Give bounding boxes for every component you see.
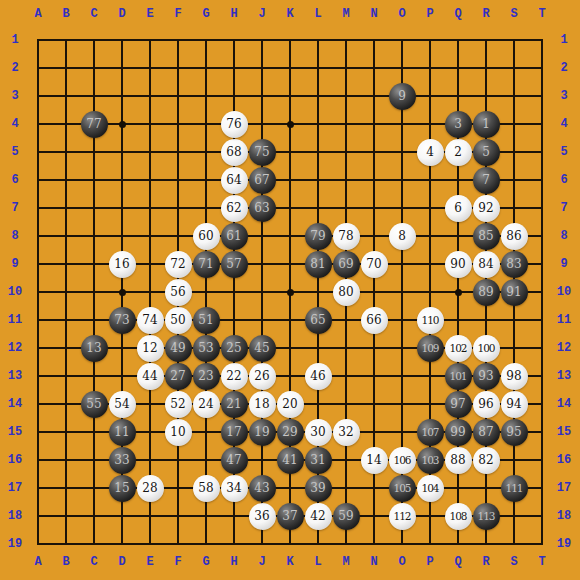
stone-black-move-5-R5[interactable]: 5 — [473, 139, 500, 166]
board-point-A15[interactable] — [24, 418, 52, 446]
stone-white-move-32-M15[interactable]: 32 — [333, 419, 360, 446]
board-point-D1[interactable] — [108, 26, 136, 54]
stone-white-move-30-L15[interactable]: 30 — [305, 419, 332, 446]
board-point-L5[interactable] — [304, 138, 332, 166]
board-point-J8[interactable] — [248, 222, 276, 250]
stone-black-move-23-G13[interactable]: 23 — [193, 363, 220, 390]
board-point-A6[interactable] — [24, 166, 52, 194]
board-point-D19[interactable] — [108, 530, 136, 558]
stone-black-move-99-Q15[interactable]: 99 — [445, 419, 472, 446]
board-point-L3[interactable] — [304, 82, 332, 110]
stone-black-move-67-J6[interactable]: 67 — [249, 167, 276, 194]
stone-black-move-69-M9[interactable]: 69 — [333, 251, 360, 278]
board-point-F5[interactable] — [164, 138, 192, 166]
stone-white-move-86-S8[interactable]: 86 — [501, 223, 528, 250]
board-point-Q2[interactable] — [444, 54, 472, 82]
stone-white-move-22-H13[interactable]: 22 — [221, 363, 248, 390]
stone-black-move-87-R15[interactable]: 87 — [473, 419, 500, 446]
board-point-J1[interactable] — [248, 26, 276, 54]
board-point-E7[interactable] — [136, 194, 164, 222]
board-point-O13[interactable] — [388, 362, 416, 390]
board-point-J10[interactable] — [248, 278, 276, 306]
stone-white-move-106-O16[interactable]: 106 — [389, 447, 416, 474]
board-point-H1[interactable] — [220, 26, 248, 54]
board-point-F3[interactable] — [164, 82, 192, 110]
board-point-H18[interactable] — [220, 502, 248, 530]
stone-black-move-19-J15[interactable]: 19 — [249, 419, 276, 446]
board-point-N4[interactable] — [360, 110, 388, 138]
board-point-B3[interactable] — [52, 82, 80, 110]
board-point-P7[interactable] — [416, 194, 444, 222]
board-point-H2[interactable] — [220, 54, 248, 82]
stone-black-move-61-H8[interactable]: 61 — [221, 223, 248, 250]
board-point-N13[interactable] — [360, 362, 388, 390]
board-point-E16[interactable] — [136, 446, 164, 474]
board-point-P4[interactable] — [416, 110, 444, 138]
stone-white-move-12-E12[interactable]: 12 — [137, 335, 164, 362]
board-point-F2[interactable] — [164, 54, 192, 82]
board-point-A17[interactable] — [24, 474, 52, 502]
stone-black-move-81-L9[interactable]: 81 — [305, 251, 332, 278]
board-point-A11[interactable] — [24, 306, 52, 334]
board-point-R19[interactable] — [472, 530, 500, 558]
stone-white-move-18-J14[interactable]: 18 — [249, 391, 276, 418]
board-point-T12[interactable] — [528, 334, 556, 362]
board-point-J19[interactable] — [248, 530, 276, 558]
board-point-P14[interactable] — [416, 390, 444, 418]
board-point-M3[interactable] — [332, 82, 360, 110]
stone-black-move-7-R6[interactable]: 7 — [473, 167, 500, 194]
board-point-P19[interactable] — [416, 530, 444, 558]
stone-black-move-3-Q4[interactable]: 3 — [445, 111, 472, 138]
stone-white-move-58-G17[interactable]: 58 — [193, 475, 220, 502]
board-point-B6[interactable] — [52, 166, 80, 194]
stone-white-move-62-H7[interactable]: 62 — [221, 195, 248, 222]
board-point-R17[interactable] — [472, 474, 500, 502]
board-point-L19[interactable] — [304, 530, 332, 558]
stone-white-move-82-R16[interactable]: 82 — [473, 447, 500, 474]
board-point-K9[interactable] — [276, 250, 304, 278]
board-point-K1[interactable] — [276, 26, 304, 54]
board-point-T14[interactable] — [528, 390, 556, 418]
stone-white-move-112-O18[interactable]: 112 — [389, 503, 416, 530]
board-point-N10[interactable] — [360, 278, 388, 306]
board-point-L2[interactable] — [304, 54, 332, 82]
board-point-N3[interactable] — [360, 82, 388, 110]
stone-black-move-73-D11[interactable]: 73 — [109, 307, 136, 334]
board-point-F6[interactable] — [164, 166, 192, 194]
stone-white-move-10-F15[interactable]: 10 — [165, 419, 192, 446]
board-point-O4[interactable] — [388, 110, 416, 138]
stone-black-move-27-F13[interactable]: 27 — [165, 363, 192, 390]
board-point-O19[interactable] — [388, 530, 416, 558]
stone-black-move-83-S9[interactable]: 83 — [501, 251, 528, 278]
board-point-F8[interactable] — [164, 222, 192, 250]
board-point-A19[interactable] — [24, 530, 52, 558]
stone-white-move-54-D14[interactable]: 54 — [109, 391, 136, 418]
board-point-C18[interactable] — [80, 502, 108, 530]
stone-black-move-93-R13[interactable]: 93 — [473, 363, 500, 390]
board-point-G18[interactable] — [192, 502, 220, 530]
board-point-K3[interactable] — [276, 82, 304, 110]
board-point-S7[interactable] — [500, 194, 528, 222]
board-point-K2[interactable] — [276, 54, 304, 82]
board-point-G4[interactable] — [192, 110, 220, 138]
board-point-B15[interactable] — [52, 418, 80, 446]
stone-black-move-113-R18[interactable]: 113 — [473, 503, 500, 530]
board-point-P8[interactable] — [416, 222, 444, 250]
board-point-O10[interactable] — [388, 278, 416, 306]
stone-black-move-59-M18[interactable]: 59 — [333, 503, 360, 530]
board-point-N8[interactable] — [360, 222, 388, 250]
board-point-G5[interactable] — [192, 138, 220, 166]
stone-white-move-84-R9[interactable]: 84 — [473, 251, 500, 278]
stone-white-move-6-Q7[interactable]: 6 — [445, 195, 472, 222]
board-point-P3[interactable] — [416, 82, 444, 110]
stone-black-move-1-R4[interactable]: 1 — [473, 111, 500, 138]
stone-black-move-39-L17[interactable]: 39 — [305, 475, 332, 502]
board-point-O7[interactable] — [388, 194, 416, 222]
stone-white-move-66-N11[interactable]: 66 — [361, 307, 388, 334]
board-point-J2[interactable] — [248, 54, 276, 82]
board-point-B11[interactable] — [52, 306, 80, 334]
board-point-A4[interactable] — [24, 110, 52, 138]
board-point-E18[interactable] — [136, 502, 164, 530]
board-point-P1[interactable] — [416, 26, 444, 54]
board-point-D7[interactable] — [108, 194, 136, 222]
board-point-D18[interactable] — [108, 502, 136, 530]
board-point-D2[interactable] — [108, 54, 136, 82]
board-point-E3[interactable] — [136, 82, 164, 110]
stone-black-move-91-S10[interactable]: 91 — [501, 279, 528, 306]
board-point-A5[interactable] — [24, 138, 52, 166]
board-point-Q3[interactable] — [444, 82, 472, 110]
stone-black-move-57-H9[interactable]: 57 — [221, 251, 248, 278]
board-point-B4[interactable] — [52, 110, 80, 138]
board-point-B18[interactable] — [52, 502, 80, 530]
stone-black-move-41-K16[interactable]: 41 — [277, 447, 304, 474]
board-point-J3[interactable] — [248, 82, 276, 110]
board-point-H10[interactable] — [220, 278, 248, 306]
board-point-T9[interactable] — [528, 250, 556, 278]
board-point-C2[interactable] — [80, 54, 108, 82]
board-point-T19[interactable] — [528, 530, 556, 558]
stone-black-move-11-D15[interactable]: 11 — [109, 419, 136, 446]
board-point-G15[interactable] — [192, 418, 220, 446]
board-point-O5[interactable] — [388, 138, 416, 166]
board-point-F1[interactable] — [164, 26, 192, 54]
stone-white-move-88-Q16[interactable]: 88 — [445, 447, 472, 474]
board-point-O15[interactable] — [388, 418, 416, 446]
board-point-K7[interactable] — [276, 194, 304, 222]
stone-black-move-31-L16[interactable]: 31 — [305, 447, 332, 474]
stone-black-move-85-R8[interactable]: 85 — [473, 223, 500, 250]
board-point-D13[interactable] — [108, 362, 136, 390]
board-point-H11[interactable] — [220, 306, 248, 334]
board-point-P18[interactable] — [416, 502, 444, 530]
board-point-L1[interactable] — [304, 26, 332, 54]
board-point-S16[interactable] — [500, 446, 528, 474]
board-point-M13[interactable] — [332, 362, 360, 390]
board-point-A10[interactable] — [24, 278, 52, 306]
stone-white-move-104-P17[interactable]: 104 — [417, 475, 444, 502]
board-point-N5[interactable] — [360, 138, 388, 166]
board-point-T3[interactable] — [528, 82, 556, 110]
board-point-C3[interactable] — [80, 82, 108, 110]
go-board-grid[interactable]: 1234567891011121314151617181920212223242… — [24, 26, 556, 558]
stone-white-move-68-H5[interactable]: 68 — [221, 139, 248, 166]
stone-black-move-51-G11[interactable]: 51 — [193, 307, 220, 334]
board-point-N17[interactable] — [360, 474, 388, 502]
board-point-L7[interactable] — [304, 194, 332, 222]
board-point-B17[interactable] — [52, 474, 80, 502]
stone-white-move-108-Q18[interactable]: 108 — [445, 503, 472, 530]
board-point-S1[interactable] — [500, 26, 528, 54]
board-point-N14[interactable] — [360, 390, 388, 418]
board-point-F4[interactable] — [164, 110, 192, 138]
stone-black-move-89-R10[interactable]: 89 — [473, 279, 500, 306]
board-point-J4[interactable] — [248, 110, 276, 138]
board-point-F16[interactable] — [164, 446, 192, 474]
board-point-T7[interactable] — [528, 194, 556, 222]
board-point-T10[interactable] — [528, 278, 556, 306]
board-point-C13[interactable] — [80, 362, 108, 390]
board-point-R1[interactable] — [472, 26, 500, 54]
board-point-C16[interactable] — [80, 446, 108, 474]
board-point-C9[interactable] — [80, 250, 108, 278]
board-point-T16[interactable] — [528, 446, 556, 474]
stone-white-move-14-N16[interactable]: 14 — [361, 447, 388, 474]
board-point-C15[interactable] — [80, 418, 108, 446]
stone-black-move-45-J12[interactable]: 45 — [249, 335, 276, 362]
stone-black-move-29-K15[interactable]: 29 — [277, 419, 304, 446]
board-point-B2[interactable] — [52, 54, 80, 82]
board-point-N7[interactable] — [360, 194, 388, 222]
board-point-S12[interactable] — [500, 334, 528, 362]
board-point-E8[interactable] — [136, 222, 164, 250]
stone-black-move-13-C12[interactable]: 13 — [81, 335, 108, 362]
board-point-M12[interactable] — [332, 334, 360, 362]
stone-black-move-65-L11[interactable]: 65 — [305, 307, 332, 334]
board-point-T11[interactable] — [528, 306, 556, 334]
board-point-E6[interactable] — [136, 166, 164, 194]
board-point-D12[interactable] — [108, 334, 136, 362]
board-point-B19[interactable] — [52, 530, 80, 558]
board-point-M14[interactable] — [332, 390, 360, 418]
board-point-M17[interactable] — [332, 474, 360, 502]
board-point-M16[interactable] — [332, 446, 360, 474]
board-point-K8[interactable] — [276, 222, 304, 250]
board-point-K6[interactable] — [276, 166, 304, 194]
stone-white-move-72-F9[interactable]: 72 — [165, 251, 192, 278]
board-point-F18[interactable] — [164, 502, 192, 530]
board-point-E2[interactable] — [136, 54, 164, 82]
board-point-A12[interactable] — [24, 334, 52, 362]
board-point-O12[interactable] — [388, 334, 416, 362]
board-point-T4[interactable] — [528, 110, 556, 138]
stone-black-move-53-G12[interactable]: 53 — [193, 335, 220, 362]
stone-black-move-37-K18[interactable]: 37 — [277, 503, 304, 530]
board-point-T17[interactable] — [528, 474, 556, 502]
board-point-S2[interactable] — [500, 54, 528, 82]
stone-white-move-60-G8[interactable]: 60 — [193, 223, 220, 250]
board-point-P2[interactable] — [416, 54, 444, 82]
stone-white-move-4-P5[interactable]: 4 — [417, 139, 444, 166]
stone-white-move-74-E11[interactable]: 74 — [137, 307, 164, 334]
board-point-T6[interactable] — [528, 166, 556, 194]
stone-white-move-42-L18[interactable]: 42 — [305, 503, 332, 530]
stone-white-move-96-R14[interactable]: 96 — [473, 391, 500, 418]
board-point-C19[interactable] — [80, 530, 108, 558]
board-point-Q8[interactable] — [444, 222, 472, 250]
stone-white-move-100-R12[interactable]: 100 — [473, 335, 500, 362]
board-point-E15[interactable] — [136, 418, 164, 446]
board-point-E9[interactable] — [136, 250, 164, 278]
board-point-M6[interactable] — [332, 166, 360, 194]
stone-black-move-21-H14[interactable]: 21 — [221, 391, 248, 418]
board-point-A8[interactable] — [24, 222, 52, 250]
stone-white-move-94-S14[interactable]: 94 — [501, 391, 528, 418]
stone-black-move-47-H16[interactable]: 47 — [221, 447, 248, 474]
board-point-O2[interactable] — [388, 54, 416, 82]
board-point-E4[interactable] — [136, 110, 164, 138]
board-point-P10[interactable] — [416, 278, 444, 306]
board-point-Q17[interactable] — [444, 474, 472, 502]
stone-white-move-28-E17[interactable]: 28 — [137, 475, 164, 502]
board-point-A18[interactable] — [24, 502, 52, 530]
board-point-A14[interactable] — [24, 390, 52, 418]
board-point-N18[interactable] — [360, 502, 388, 530]
board-point-B16[interactable] — [52, 446, 80, 474]
board-point-N19[interactable] — [360, 530, 388, 558]
board-point-C8[interactable] — [80, 222, 108, 250]
board-point-E10[interactable] — [136, 278, 164, 306]
board-point-S19[interactable] — [500, 530, 528, 558]
stone-black-move-71-G9[interactable]: 71 — [193, 251, 220, 278]
stone-black-move-77-C4[interactable]: 77 — [81, 111, 108, 138]
board-point-P9[interactable] — [416, 250, 444, 278]
board-point-Q11[interactable] — [444, 306, 472, 334]
board-point-L12[interactable] — [304, 334, 332, 362]
board-point-N1[interactable] — [360, 26, 388, 54]
board-point-K17[interactable] — [276, 474, 304, 502]
board-point-M4[interactable] — [332, 110, 360, 138]
stone-white-move-36-J18[interactable]: 36 — [249, 503, 276, 530]
board-point-M19[interactable] — [332, 530, 360, 558]
board-point-G1[interactable] — [192, 26, 220, 54]
board-point-T5[interactable] — [528, 138, 556, 166]
board-point-M1[interactable] — [332, 26, 360, 54]
board-point-E19[interactable] — [136, 530, 164, 558]
board-point-S6[interactable] — [500, 166, 528, 194]
board-point-N15[interactable] — [360, 418, 388, 446]
board-point-R2[interactable] — [472, 54, 500, 82]
board-point-T13[interactable] — [528, 362, 556, 390]
board-point-E5[interactable] — [136, 138, 164, 166]
board-point-M2[interactable] — [332, 54, 360, 82]
board-point-G7[interactable] — [192, 194, 220, 222]
board-point-O1[interactable] — [388, 26, 416, 54]
stone-black-move-101-Q13[interactable]: 101 — [445, 363, 472, 390]
board-point-S11[interactable] — [500, 306, 528, 334]
board-point-J11[interactable] — [248, 306, 276, 334]
board-point-C11[interactable] — [80, 306, 108, 334]
board-point-G3[interactable] — [192, 82, 220, 110]
board-point-J16[interactable] — [248, 446, 276, 474]
stone-black-move-111-S17[interactable]: 111 — [501, 475, 528, 502]
board-point-K12[interactable] — [276, 334, 304, 362]
board-point-L4[interactable] — [304, 110, 332, 138]
board-point-B9[interactable] — [52, 250, 80, 278]
board-point-B8[interactable] — [52, 222, 80, 250]
board-point-G6[interactable] — [192, 166, 220, 194]
board-point-H19[interactable] — [220, 530, 248, 558]
board-point-R11[interactable] — [472, 306, 500, 334]
stone-white-move-44-E13[interactable]: 44 — [137, 363, 164, 390]
stone-white-move-98-S13[interactable]: 98 — [501, 363, 528, 390]
board-point-J9[interactable] — [248, 250, 276, 278]
stone-black-move-43-J17[interactable]: 43 — [249, 475, 276, 502]
board-point-G16[interactable] — [192, 446, 220, 474]
stone-black-move-107-P15[interactable]: 107 — [417, 419, 444, 446]
board-point-C17[interactable] — [80, 474, 108, 502]
board-point-T8[interactable] — [528, 222, 556, 250]
board-point-P6[interactable] — [416, 166, 444, 194]
board-point-K19[interactable] — [276, 530, 304, 558]
board-point-O6[interactable] — [388, 166, 416, 194]
stone-white-move-52-F14[interactable]: 52 — [165, 391, 192, 418]
board-point-Q19[interactable] — [444, 530, 472, 558]
board-point-D3[interactable] — [108, 82, 136, 110]
board-point-T15[interactable] — [528, 418, 556, 446]
stone-black-move-15-D17[interactable]: 15 — [109, 475, 136, 502]
stone-white-move-92-R7[interactable]: 92 — [473, 195, 500, 222]
board-point-F19[interactable] — [164, 530, 192, 558]
board-point-C10[interactable] — [80, 278, 108, 306]
board-point-O11[interactable] — [388, 306, 416, 334]
stone-black-move-49-F12[interactable]: 49 — [165, 335, 192, 362]
board-point-E1[interactable] — [136, 26, 164, 54]
board-point-B5[interactable] — [52, 138, 80, 166]
stone-black-move-95-S15[interactable]: 95 — [501, 419, 528, 446]
board-point-G2[interactable] — [192, 54, 220, 82]
board-point-L6[interactable] — [304, 166, 332, 194]
board-point-C1[interactable] — [80, 26, 108, 54]
board-point-A9[interactable] — [24, 250, 52, 278]
board-point-S4[interactable] — [500, 110, 528, 138]
stone-white-move-102-Q12[interactable]: 102 — [445, 335, 472, 362]
board-point-R3[interactable] — [472, 82, 500, 110]
board-point-A13[interactable] — [24, 362, 52, 390]
board-point-T1[interactable] — [528, 26, 556, 54]
board-point-K11[interactable] — [276, 306, 304, 334]
stone-black-move-79-L8[interactable]: 79 — [305, 223, 332, 250]
board-point-G10[interactable] — [192, 278, 220, 306]
stone-black-move-55-C14[interactable]: 55 — [81, 391, 108, 418]
stone-white-move-90-Q9[interactable]: 90 — [445, 251, 472, 278]
board-point-K5[interactable] — [276, 138, 304, 166]
stone-white-move-8-O8[interactable]: 8 — [389, 223, 416, 250]
board-point-L14[interactable] — [304, 390, 332, 418]
stone-black-move-103-P16[interactable]: 103 — [417, 447, 444, 474]
stone-white-move-70-N9[interactable]: 70 — [361, 251, 388, 278]
stone-white-move-50-F11[interactable]: 50 — [165, 307, 192, 334]
board-point-T2[interactable] — [528, 54, 556, 82]
stone-black-move-97-Q14[interactable]: 97 — [445, 391, 472, 418]
board-point-B10[interactable] — [52, 278, 80, 306]
stone-white-move-2-Q5[interactable]: 2 — [445, 139, 472, 166]
board-point-B13[interactable] — [52, 362, 80, 390]
